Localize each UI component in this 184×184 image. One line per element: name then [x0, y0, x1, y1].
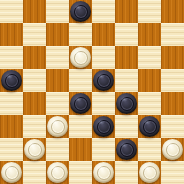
white-man-d6[interactable] [70, 47, 91, 68]
square-g3[interactable] [138, 115, 161, 138]
square-f5[interactable] [115, 69, 138, 92]
square-b8[interactable] [23, 0, 46, 23]
square-e1[interactable] [92, 161, 115, 184]
square-d4[interactable] [69, 92, 92, 115]
square-f3[interactable] [115, 115, 138, 138]
square-d3[interactable] [69, 115, 92, 138]
black-man-e5[interactable] [93, 70, 114, 91]
square-a6[interactable] [0, 46, 23, 69]
black-man-a5[interactable] [1, 70, 22, 91]
square-c2[interactable] [46, 138, 69, 161]
square-a3[interactable] [0, 115, 23, 138]
square-h4[interactable] [161, 92, 184, 115]
square-a4[interactable] [0, 92, 23, 115]
square-b1[interactable] [23, 161, 46, 184]
square-b6[interactable] [23, 46, 46, 69]
square-d7[interactable] [69, 23, 92, 46]
white-man-b2[interactable] [24, 139, 45, 160]
square-g6[interactable] [138, 46, 161, 69]
square-g4[interactable] [138, 92, 161, 115]
square-d5[interactable] [69, 69, 92, 92]
square-d1[interactable] [69, 161, 92, 184]
square-e7[interactable] [92, 23, 115, 46]
square-h2[interactable] [161, 138, 184, 161]
square-h5[interactable] [161, 69, 184, 92]
square-d8[interactable] [69, 0, 92, 23]
white-man-e1[interactable] [93, 162, 114, 183]
square-e2[interactable] [92, 138, 115, 161]
square-f1[interactable] [115, 161, 138, 184]
square-b3[interactable] [23, 115, 46, 138]
square-h3[interactable] [161, 115, 184, 138]
checkers-board [0, 0, 184, 184]
square-a8[interactable] [0, 0, 23, 23]
square-f4[interactable] [115, 92, 138, 115]
square-c5[interactable] [46, 69, 69, 92]
square-e3[interactable] [92, 115, 115, 138]
square-g1[interactable] [138, 161, 161, 184]
square-h7[interactable] [161, 23, 184, 46]
square-c6[interactable] [46, 46, 69, 69]
square-c8[interactable] [46, 0, 69, 23]
white-man-c1[interactable] [47, 162, 68, 183]
square-g7[interactable] [138, 23, 161, 46]
square-b2[interactable] [23, 138, 46, 161]
square-e4[interactable] [92, 92, 115, 115]
square-f2[interactable] [115, 138, 138, 161]
square-e6[interactable] [92, 46, 115, 69]
square-f6[interactable] [115, 46, 138, 69]
square-b7[interactable] [23, 23, 46, 46]
square-d2[interactable] [69, 138, 92, 161]
black-man-e3[interactable] [93, 116, 114, 137]
black-man-d8[interactable] [70, 1, 91, 22]
square-c3[interactable] [46, 115, 69, 138]
square-b4[interactable] [23, 92, 46, 115]
white-man-c3[interactable] [47, 116, 68, 137]
square-g2[interactable] [138, 138, 161, 161]
square-g8[interactable] [138, 0, 161, 23]
square-c1[interactable] [46, 161, 69, 184]
square-h8[interactable] [161, 0, 184, 23]
black-man-f4[interactable] [116, 93, 137, 114]
square-f8[interactable] [115, 0, 138, 23]
square-f7[interactable] [115, 23, 138, 46]
square-a5[interactable] [0, 69, 23, 92]
white-man-g1[interactable] [139, 162, 160, 183]
square-d6[interactable] [69, 46, 92, 69]
square-h1[interactable] [161, 161, 184, 184]
black-man-d4[interactable] [70, 93, 91, 114]
white-man-h2[interactable] [162, 139, 183, 160]
black-man-g3[interactable] [139, 116, 160, 137]
square-a7[interactable] [0, 23, 23, 46]
square-c4[interactable] [46, 92, 69, 115]
square-b5[interactable] [23, 69, 46, 92]
white-man-a1[interactable] [1, 162, 22, 183]
square-e8[interactable] [92, 0, 115, 23]
square-g5[interactable] [138, 69, 161, 92]
square-a1[interactable] [0, 161, 23, 184]
square-a2[interactable] [0, 138, 23, 161]
square-c7[interactable] [46, 23, 69, 46]
square-h6[interactable] [161, 46, 184, 69]
square-e5[interactable] [92, 69, 115, 92]
black-man-f2[interactable] [116, 139, 137, 160]
